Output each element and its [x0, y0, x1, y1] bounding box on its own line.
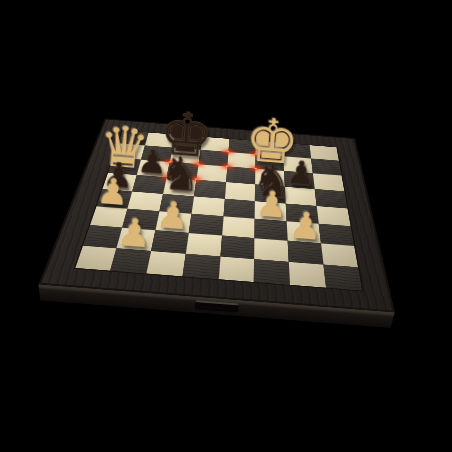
- square: [284, 171, 314, 189]
- board-grid: ♚♚♛♟♟♟♞♞♟♟♟♟♟: [74, 130, 361, 290]
- square: [193, 179, 225, 198]
- square: [318, 223, 353, 245]
- square: [323, 264, 362, 290]
- square: [112, 143, 145, 159]
- square: [169, 147, 200, 164]
- square: [223, 198, 255, 218]
- led-dot: [225, 150, 230, 153]
- square: [218, 256, 254, 281]
- square: [159, 193, 193, 213]
- square: [314, 188, 347, 207]
- product-photo: ♚♚♛♟♟♟♞♞♟♟♟♟♟: [0, 0, 452, 452]
- led-dot: [163, 175, 168, 178]
- square: [188, 213, 223, 235]
- square: [141, 145, 173, 161]
- square: [163, 177, 196, 196]
- square: [110, 248, 151, 273]
- square: [284, 186, 316, 205]
- square: [116, 227, 155, 250]
- led-dot: [253, 166, 258, 169]
- square: [82, 225, 122, 248]
- square: [283, 156, 312, 173]
- square: [285, 203, 318, 223]
- square: [255, 154, 284, 171]
- square: [287, 240, 322, 264]
- led-dot: [224, 164, 229, 167]
- square: [127, 191, 163, 211]
- square: [255, 184, 286, 203]
- square: [219, 235, 254, 258]
- led-dot: [167, 160, 172, 163]
- led-dot: [193, 177, 198, 180]
- square: [89, 206, 127, 227]
- square: [74, 245, 116, 270]
- square: [254, 258, 290, 283]
- square: [221, 216, 254, 238]
- square: [254, 218, 287, 240]
- connector-slot: [194, 300, 238, 311]
- square: [132, 174, 166, 193]
- led-dot: [253, 152, 258, 155]
- square: [95, 188, 132, 208]
- led-dot: [195, 162, 200, 165]
- square: [122, 208, 159, 229]
- square: [320, 243, 357, 267]
- square: [191, 196, 224, 216]
- square: [224, 181, 255, 200]
- square: [286, 221, 320, 243]
- square: [227, 152, 256, 169]
- square: [185, 232, 221, 255]
- square: [137, 159, 170, 177]
- square: [107, 157, 141, 174]
- board-right-edge: [352, 138, 394, 326]
- square: [182, 253, 220, 278]
- chess-board: ♚♚♛♟♟♟♞♞♟♟♟♟♟: [38, 118, 394, 312]
- square: [288, 261, 325, 287]
- square: [254, 200, 286, 220]
- square: [101, 172, 136, 191]
- square: [254, 238, 288, 262]
- square: [146, 250, 185, 275]
- square: [166, 162, 198, 180]
- square: [316, 205, 350, 226]
- square: [196, 164, 227, 182]
- square: [151, 230, 188, 253]
- square: [155, 211, 191, 233]
- square: [225, 166, 255, 184]
- board-front-edge: [38, 284, 394, 328]
- square: [255, 168, 285, 186]
- board-rotation-wrapper: ♚♚♛♟♟♟♞♞♟♟♟♟♟: [0, 0, 452, 452]
- square: [312, 173, 343, 191]
- square: [198, 149, 228, 166]
